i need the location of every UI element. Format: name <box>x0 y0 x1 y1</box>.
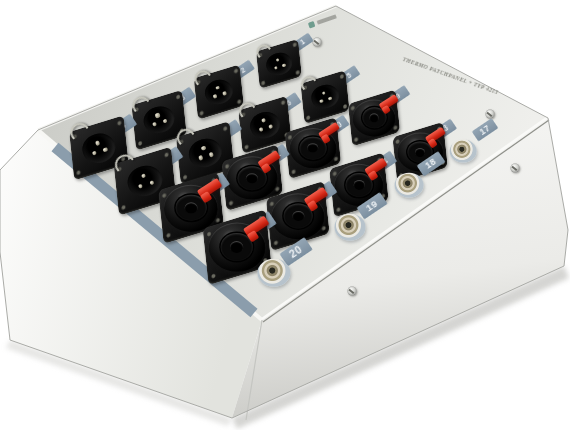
screw <box>348 287 357 296</box>
socket-pin <box>155 113 160 118</box>
socket-pin <box>149 180 155 186</box>
screw <box>313 38 322 47</box>
socket-pin <box>321 91 326 96</box>
socket-pin <box>268 124 273 129</box>
socket-pin <box>162 119 167 124</box>
screw <box>486 110 495 119</box>
mini-jack-18[interactable] <box>395 173 424 198</box>
socket-pin <box>103 147 109 153</box>
socket-pin <box>261 118 266 123</box>
socket-pin <box>137 183 143 189</box>
socket-pin <box>259 127 264 132</box>
patch-panel-photo: THERMO PATCHPANEL + TYP 4213 12345678910… <box>0 0 570 430</box>
socket-pin <box>215 85 220 90</box>
socket-pin <box>198 155 203 160</box>
mini-jack-17[interactable] <box>450 140 477 163</box>
socket-pin <box>282 63 286 67</box>
socket-pin <box>141 173 147 179</box>
socket-pin <box>152 122 157 127</box>
mini-jack-19[interactable] <box>335 214 366 241</box>
socket-pin <box>319 99 324 104</box>
socket-pin <box>209 152 214 157</box>
socket-pin <box>213 94 218 99</box>
socket-pin <box>276 58 280 62</box>
socket-pin <box>92 150 98 156</box>
socket-pin <box>95 140 101 146</box>
socket-pin <box>201 146 206 151</box>
screw <box>511 164 520 173</box>
socket-pin <box>273 66 277 70</box>
socket-pin <box>328 96 333 101</box>
socket-pin <box>222 91 227 96</box>
